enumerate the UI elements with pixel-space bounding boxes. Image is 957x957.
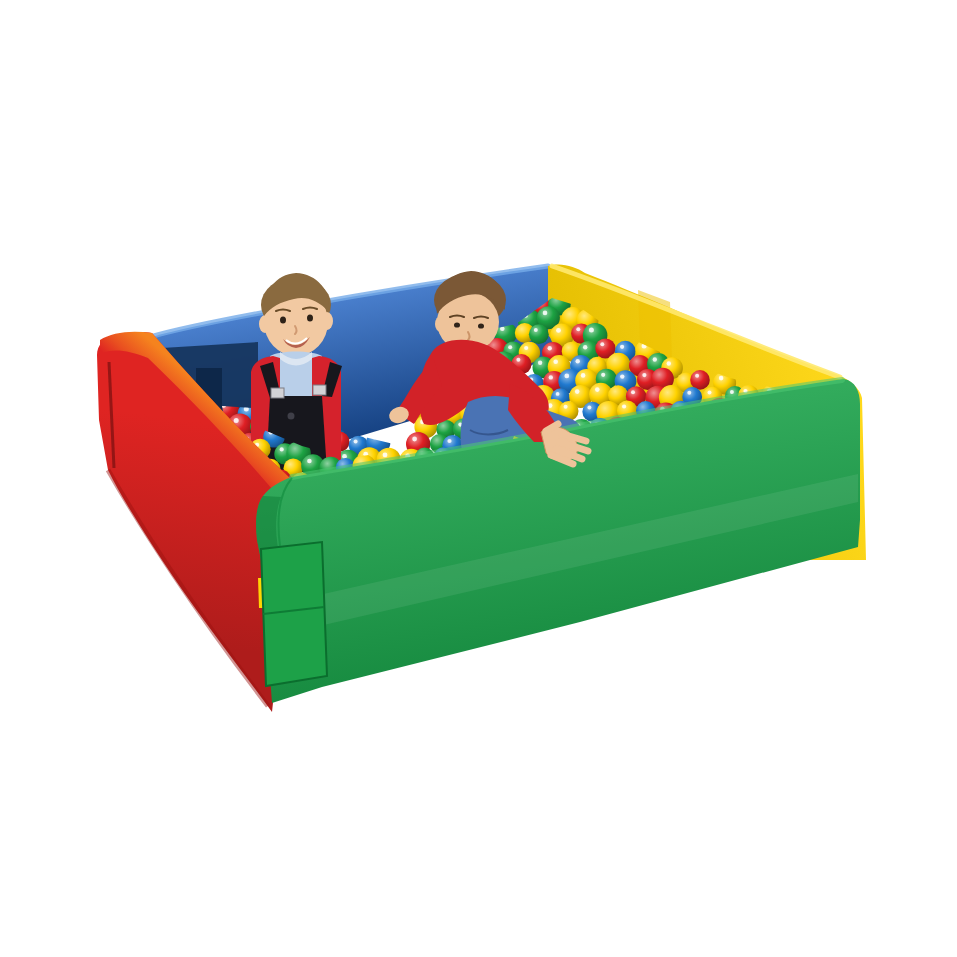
ball-glint bbox=[556, 328, 561, 333]
boy1-clasp-right bbox=[313, 385, 326, 395]
ball-glint bbox=[548, 346, 552, 350]
boy1-eye-left bbox=[280, 316, 286, 323]
ball-glint bbox=[516, 358, 520, 362]
boy1-eye-right bbox=[307, 314, 313, 321]
ball-glint bbox=[307, 459, 312, 464]
ball-glint bbox=[601, 373, 605, 377]
ball-pit-scene bbox=[0, 0, 957, 957]
ball-glint bbox=[564, 405, 568, 409]
ball-glint bbox=[719, 376, 724, 381]
ball-glint bbox=[589, 328, 594, 333]
ball-glint bbox=[354, 439, 358, 443]
ball-glint bbox=[583, 345, 587, 349]
ball-glint bbox=[538, 361, 542, 365]
ball-glint bbox=[524, 346, 528, 350]
ball-glint bbox=[730, 390, 734, 394]
ball-pit-product-photo bbox=[0, 0, 957, 957]
ball-glint bbox=[553, 360, 558, 365]
ball-glint bbox=[642, 373, 646, 377]
ball-glint bbox=[620, 374, 624, 378]
boy1-bib-button bbox=[288, 413, 295, 420]
ball-glint bbox=[412, 437, 417, 442]
boy2-eye-left bbox=[454, 322, 460, 327]
boy1-clasp-left bbox=[271, 388, 284, 398]
ball-glint bbox=[622, 404, 626, 408]
ball-glint bbox=[600, 342, 604, 346]
play-ball bbox=[529, 324, 549, 344]
ball-glint bbox=[280, 447, 284, 451]
ball-glint bbox=[575, 389, 580, 394]
ball-glint bbox=[234, 418, 239, 423]
ball-glint bbox=[383, 453, 388, 458]
ball-glint bbox=[687, 391, 691, 395]
ball-glint bbox=[576, 327, 580, 331]
ball-glint bbox=[653, 357, 657, 361]
ball-glint bbox=[587, 406, 591, 410]
boy2-eye-right bbox=[478, 323, 484, 328]
ball-glint bbox=[543, 311, 548, 316]
ball-glint bbox=[581, 373, 586, 378]
ball-glint bbox=[620, 345, 624, 349]
ball-glint bbox=[631, 390, 635, 394]
ball-glint bbox=[708, 391, 712, 395]
ball-glint bbox=[556, 392, 560, 396]
ball-glint bbox=[576, 359, 580, 363]
ball-glint bbox=[667, 361, 671, 365]
ball-glint bbox=[564, 374, 569, 379]
ball-glint bbox=[534, 328, 538, 332]
ball-glint bbox=[447, 439, 451, 443]
play-ball bbox=[690, 370, 710, 390]
ball-glint bbox=[595, 387, 600, 392]
ball-glint bbox=[508, 345, 512, 349]
ball-glint bbox=[549, 375, 553, 379]
ball-glint bbox=[372, 435, 377, 440]
ball-glint bbox=[695, 374, 699, 378]
